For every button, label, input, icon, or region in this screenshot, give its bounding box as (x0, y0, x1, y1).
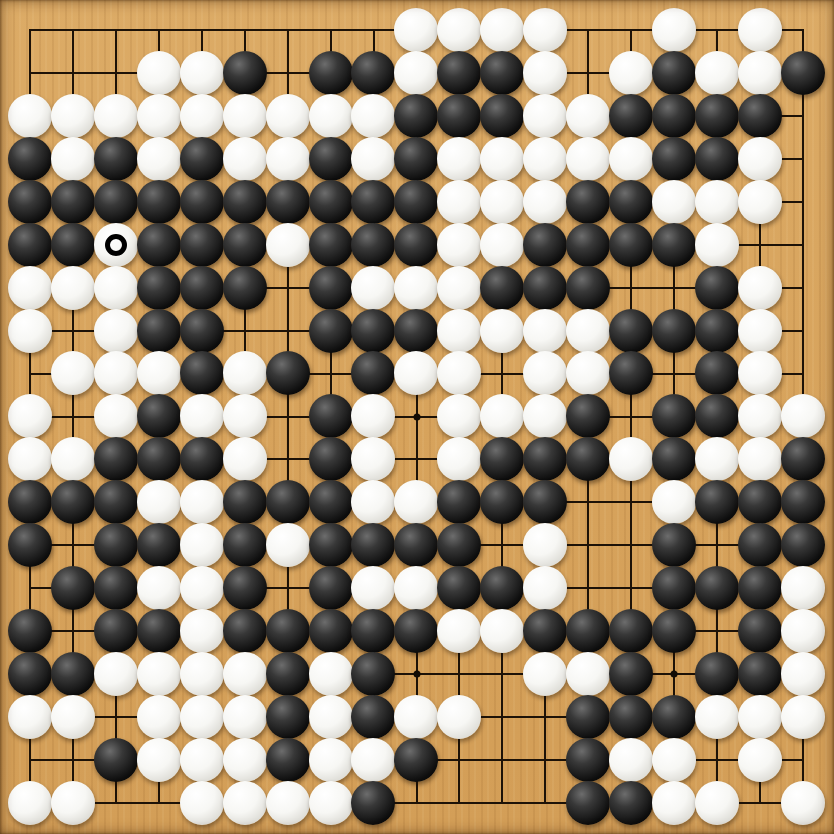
board-point[interactable] (524, 696, 567, 739)
board-point[interactable] (94, 9, 137, 52)
board-point[interactable] (781, 781, 824, 824)
board-point[interactable] (696, 137, 739, 180)
board-point[interactable] (781, 180, 824, 223)
board-point[interactable] (738, 94, 781, 137)
board-point[interactable] (137, 524, 180, 567)
board-point[interactable] (653, 395, 696, 438)
board-point[interactable] (309, 266, 352, 309)
board-point[interactable] (9, 481, 52, 524)
board-point[interactable] (481, 696, 524, 739)
board-point[interactable] (567, 395, 610, 438)
board-point[interactable] (481, 180, 524, 223)
board-point[interactable] (9, 781, 52, 824)
board-point[interactable] (223, 438, 266, 481)
board-point[interactable] (653, 481, 696, 524)
board-point[interactable] (610, 481, 653, 524)
board-point[interactable] (696, 438, 739, 481)
board-point[interactable] (524, 610, 567, 653)
board-point[interactable] (524, 309, 567, 352)
board-point[interactable] (180, 610, 223, 653)
board-point[interactable] (9, 653, 52, 696)
board-point[interactable] (309, 94, 352, 137)
board-point[interactable] (180, 696, 223, 739)
board-point[interactable] (94, 438, 137, 481)
board-point[interactable] (94, 696, 137, 739)
board-point[interactable] (266, 395, 309, 438)
board-point[interactable] (738, 395, 781, 438)
board-point[interactable] (9, 696, 52, 739)
board-point[interactable] (481, 395, 524, 438)
board-point[interactable] (223, 781, 266, 824)
board-point[interactable] (610, 51, 653, 94)
board-point[interactable] (94, 352, 137, 395)
board-point[interactable] (438, 309, 481, 352)
board-point[interactable] (137, 481, 180, 524)
board-point[interactable] (137, 51, 180, 94)
board-point[interactable] (223, 524, 266, 567)
board-point[interactable] (266, 309, 309, 352)
board-point[interactable] (395, 696, 438, 739)
board-point[interactable] (738, 137, 781, 180)
board-point[interactable] (94, 94, 137, 137)
board-point[interactable] (266, 781, 309, 824)
board-point[interactable] (653, 438, 696, 481)
board-point[interactable] (137, 781, 180, 824)
board-point[interactable] (352, 481, 395, 524)
board-point[interactable] (438, 137, 481, 180)
board-point[interactable] (696, 524, 739, 567)
board-point[interactable] (481, 567, 524, 610)
board-point[interactable] (738, 223, 781, 266)
board-point[interactable] (696, 481, 739, 524)
board-point[interactable] (395, 653, 438, 696)
board-point[interactable] (9, 9, 52, 52)
board-point[interactable] (781, 223, 824, 266)
board-point[interactable] (696, 51, 739, 94)
board-point[interactable] (9, 395, 52, 438)
board-point[interactable] (567, 567, 610, 610)
board-point[interactable] (266, 9, 309, 52)
board-point[interactable] (738, 567, 781, 610)
board-point[interactable] (137, 438, 180, 481)
board-point[interactable] (180, 94, 223, 137)
board-point[interactable] (438, 9, 481, 52)
board-point[interactable] (653, 653, 696, 696)
board-point[interactable] (266, 653, 309, 696)
board-point[interactable] (51, 9, 94, 52)
board-point[interactable] (610, 137, 653, 180)
board-point[interactable] (738, 696, 781, 739)
board-point[interactable] (223, 738, 266, 781)
board-point[interactable] (223, 653, 266, 696)
board-point[interactable] (781, 524, 824, 567)
board-point[interactable] (309, 51, 352, 94)
board-point[interactable] (481, 481, 524, 524)
board-point[interactable] (266, 610, 309, 653)
board-point[interactable] (567, 309, 610, 352)
board-point[interactable] (223, 137, 266, 180)
board-point[interactable] (352, 266, 395, 309)
board-point[interactable] (481, 266, 524, 309)
board-point[interactable] (266, 438, 309, 481)
board-point[interactable] (696, 266, 739, 309)
board-point[interactable] (653, 781, 696, 824)
board-point[interactable] (653, 266, 696, 309)
board-point[interactable] (567, 438, 610, 481)
board-point[interactable] (696, 94, 739, 137)
board-point[interactable] (266, 137, 309, 180)
board-point[interactable] (567, 94, 610, 137)
board-point[interactable] (352, 137, 395, 180)
board-point[interactable] (9, 738, 52, 781)
board-point[interactable] (738, 309, 781, 352)
board-point[interactable] (51, 180, 94, 223)
board-point[interactable] (180, 266, 223, 309)
board-point[interactable] (781, 438, 824, 481)
board-point[interactable] (395, 438, 438, 481)
board-point[interactable] (781, 610, 824, 653)
board-point[interactable] (309, 524, 352, 567)
board-point[interactable] (696, 395, 739, 438)
board-point[interactable] (610, 567, 653, 610)
board-point[interactable] (610, 738, 653, 781)
board-point[interactable] (137, 352, 180, 395)
board-point[interactable] (223, 51, 266, 94)
board-point[interactable] (438, 653, 481, 696)
board-point[interactable] (309, 395, 352, 438)
board-point[interactable] (524, 223, 567, 266)
board-point[interactable] (738, 266, 781, 309)
board-point[interactable] (51, 567, 94, 610)
board-point[interactable] (653, 610, 696, 653)
board-point[interactable] (94, 266, 137, 309)
board-point[interactable] (610, 781, 653, 824)
board-point[interactable] (696, 610, 739, 653)
board-point[interactable] (51, 738, 94, 781)
board-point[interactable] (352, 223, 395, 266)
board-point[interactable] (395, 567, 438, 610)
board-point[interactable] (438, 781, 481, 824)
board-point[interactable] (223, 696, 266, 739)
board-point[interactable] (438, 438, 481, 481)
board-point[interactable] (309, 180, 352, 223)
board-point[interactable] (94, 223, 137, 266)
board-point[interactable] (567, 9, 610, 52)
board-point[interactable] (266, 223, 309, 266)
board-point[interactable] (309, 438, 352, 481)
board-point[interactable] (137, 738, 180, 781)
board-point[interactable] (223, 94, 266, 137)
board-point[interactable] (610, 438, 653, 481)
board-point[interactable] (223, 266, 266, 309)
board-point[interactable] (51, 696, 94, 739)
board-point[interactable] (781, 266, 824, 309)
board-point[interactable] (51, 781, 94, 824)
board-point[interactable] (395, 738, 438, 781)
board-point[interactable] (9, 309, 52, 352)
board-point[interactable] (610, 696, 653, 739)
board-point[interactable] (481, 223, 524, 266)
board-point[interactable] (223, 481, 266, 524)
board-point[interactable] (94, 610, 137, 653)
board-point[interactable] (567, 223, 610, 266)
board-point[interactable] (653, 352, 696, 395)
board-point[interactable] (610, 352, 653, 395)
board-point[interactable] (180, 180, 223, 223)
board-point[interactable] (352, 395, 395, 438)
board-point[interactable] (653, 9, 696, 52)
board-point[interactable] (524, 9, 567, 52)
board-point[interactable] (180, 137, 223, 180)
board-point[interactable] (51, 481, 94, 524)
board-point[interactable] (696, 781, 739, 824)
board-point[interactable] (266, 567, 309, 610)
board-point[interactable] (653, 309, 696, 352)
board-point[interactable] (9, 266, 52, 309)
board-point[interactable] (438, 738, 481, 781)
board-point[interactable] (738, 738, 781, 781)
board-point[interactable] (781, 94, 824, 137)
board-point[interactable] (524, 180, 567, 223)
board-point[interactable] (653, 180, 696, 223)
board-point[interactable] (51, 94, 94, 137)
board-point[interactable] (567, 653, 610, 696)
board-point[interactable] (51, 352, 94, 395)
board-point[interactable] (309, 352, 352, 395)
board-point[interactable] (738, 781, 781, 824)
board-point[interactable] (696, 223, 739, 266)
board-point[interactable] (696, 696, 739, 739)
board-point[interactable] (309, 781, 352, 824)
board-point[interactable] (524, 781, 567, 824)
board-point[interactable] (653, 696, 696, 739)
board-point[interactable] (781, 395, 824, 438)
board-point[interactable] (51, 266, 94, 309)
board-point[interactable] (395, 94, 438, 137)
board-point[interactable] (738, 352, 781, 395)
board-point[interactable] (51, 223, 94, 266)
board-point[interactable] (352, 567, 395, 610)
board-point[interactable] (137, 223, 180, 266)
board-point[interactable] (309, 481, 352, 524)
board-point[interactable] (481, 438, 524, 481)
board-point[interactable] (352, 9, 395, 52)
board-point[interactable] (180, 395, 223, 438)
board-point[interactable] (352, 653, 395, 696)
board-point[interactable] (781, 653, 824, 696)
board-point[interactable] (438, 223, 481, 266)
board-point[interactable] (266, 266, 309, 309)
board-point[interactable] (395, 395, 438, 438)
board-point[interactable] (696, 9, 739, 52)
board-point[interactable] (352, 738, 395, 781)
board-point[interactable] (51, 438, 94, 481)
board-point[interactable] (9, 223, 52, 266)
board-point[interactable] (309, 137, 352, 180)
board-point[interactable] (696, 738, 739, 781)
board-point[interactable] (653, 567, 696, 610)
board-point[interactable] (738, 9, 781, 52)
board-point[interactable] (309, 610, 352, 653)
board-point[interactable] (567, 696, 610, 739)
board-point[interactable] (567, 610, 610, 653)
board-point[interactable] (94, 137, 137, 180)
board-point[interactable] (180, 653, 223, 696)
board-point[interactable] (51, 610, 94, 653)
board-point[interactable] (738, 653, 781, 696)
board-point[interactable] (9, 438, 52, 481)
board-point[interactable] (9, 94, 52, 137)
board-point[interactable] (438, 481, 481, 524)
board-point[interactable] (94, 309, 137, 352)
board-point[interactable] (781, 567, 824, 610)
board-point[interactable] (395, 309, 438, 352)
board-point[interactable] (180, 223, 223, 266)
board-point[interactable] (137, 395, 180, 438)
board-point[interactable] (9, 567, 52, 610)
board-point[interactable] (567, 137, 610, 180)
board-point[interactable] (438, 610, 481, 653)
board-point[interactable] (524, 395, 567, 438)
board-point[interactable] (137, 567, 180, 610)
board-point[interactable] (94, 738, 137, 781)
board-point[interactable] (51, 653, 94, 696)
board-point[interactable] (137, 610, 180, 653)
board-point[interactable] (352, 352, 395, 395)
board-point[interactable] (438, 51, 481, 94)
board-point[interactable] (309, 223, 352, 266)
board-point[interactable] (524, 352, 567, 395)
board-point[interactable] (51, 395, 94, 438)
board-point[interactable] (653, 223, 696, 266)
board-point[interactable] (309, 567, 352, 610)
board-point[interactable] (738, 481, 781, 524)
board-point[interactable] (781, 9, 824, 52)
board-point[interactable] (180, 9, 223, 52)
board-point[interactable] (610, 610, 653, 653)
board-point[interactable] (567, 51, 610, 94)
board-point[interactable] (180, 309, 223, 352)
board-point[interactable] (567, 524, 610, 567)
board-point[interactable] (610, 266, 653, 309)
board-point[interactable] (781, 309, 824, 352)
board-point[interactable] (696, 180, 739, 223)
board-point[interactable] (567, 266, 610, 309)
board-point[interactable] (352, 524, 395, 567)
board-point[interactable] (696, 653, 739, 696)
board-point[interactable] (738, 51, 781, 94)
board-point[interactable] (137, 696, 180, 739)
board-point[interactable] (567, 352, 610, 395)
board-point[interactable] (395, 524, 438, 567)
board-point[interactable] (524, 567, 567, 610)
board-point[interactable] (438, 696, 481, 739)
board-point[interactable] (352, 180, 395, 223)
board-point[interactable] (438, 524, 481, 567)
board-point[interactable] (223, 352, 266, 395)
board-point[interactable] (137, 309, 180, 352)
board-point[interactable] (438, 94, 481, 137)
board-point[interactable] (223, 567, 266, 610)
board-point[interactable] (610, 223, 653, 266)
board-point[interactable] (438, 266, 481, 309)
board-point[interactable] (223, 180, 266, 223)
board-point[interactable] (395, 9, 438, 52)
board-point[interactable] (180, 524, 223, 567)
board-point[interactable] (481, 94, 524, 137)
board-point[interactable] (738, 524, 781, 567)
board-point[interactable] (94, 653, 137, 696)
board-point[interactable] (781, 352, 824, 395)
board-point[interactable] (395, 51, 438, 94)
board-point[interactable] (696, 352, 739, 395)
board-point[interactable] (395, 266, 438, 309)
board-point[interactable] (481, 352, 524, 395)
board-point[interactable] (481, 781, 524, 824)
board-point[interactable] (180, 481, 223, 524)
board-point[interactable] (567, 738, 610, 781)
board-point[interactable] (223, 395, 266, 438)
board-point[interactable] (696, 567, 739, 610)
board-point[interactable] (610, 524, 653, 567)
board-point[interactable] (137, 180, 180, 223)
board-point[interactable] (266, 481, 309, 524)
board-point[interactable] (266, 51, 309, 94)
board-point[interactable] (9, 352, 52, 395)
board-point[interactable] (395, 481, 438, 524)
board-point[interactable] (524, 438, 567, 481)
board-point[interactable] (524, 51, 567, 94)
board-point[interactable] (352, 94, 395, 137)
board-point[interactable] (781, 51, 824, 94)
board-point[interactable] (352, 51, 395, 94)
board-point[interactable] (567, 781, 610, 824)
board-point[interactable] (94, 481, 137, 524)
board-point[interactable] (137, 137, 180, 180)
board-point[interactable] (137, 9, 180, 52)
board-point[interactable] (610, 94, 653, 137)
board-point[interactable] (524, 738, 567, 781)
board-point[interactable] (524, 137, 567, 180)
board-point[interactable] (395, 223, 438, 266)
board-point[interactable] (9, 137, 52, 180)
board-point[interactable] (94, 180, 137, 223)
board-point[interactable] (180, 51, 223, 94)
board-point[interactable] (352, 781, 395, 824)
board-point[interactable] (653, 94, 696, 137)
board-point[interactable] (223, 309, 266, 352)
board-point[interactable] (696, 309, 739, 352)
board-point[interactable] (438, 180, 481, 223)
board-point[interactable] (266, 524, 309, 567)
board-point[interactable] (610, 9, 653, 52)
board-point[interactable] (781, 738, 824, 781)
board-point[interactable] (781, 137, 824, 180)
board-point[interactable] (481, 524, 524, 567)
board-point[interactable] (137, 94, 180, 137)
board-point[interactable] (266, 738, 309, 781)
board-point[interactable] (352, 696, 395, 739)
board-point[interactable] (94, 781, 137, 824)
board-point[interactable] (524, 524, 567, 567)
board-point[interactable] (266, 352, 309, 395)
board-point[interactable] (9, 610, 52, 653)
board-point[interactable] (266, 180, 309, 223)
board-point[interactable] (653, 524, 696, 567)
board-point[interactable] (51, 309, 94, 352)
board-point[interactable] (395, 352, 438, 395)
board-point[interactable] (180, 352, 223, 395)
